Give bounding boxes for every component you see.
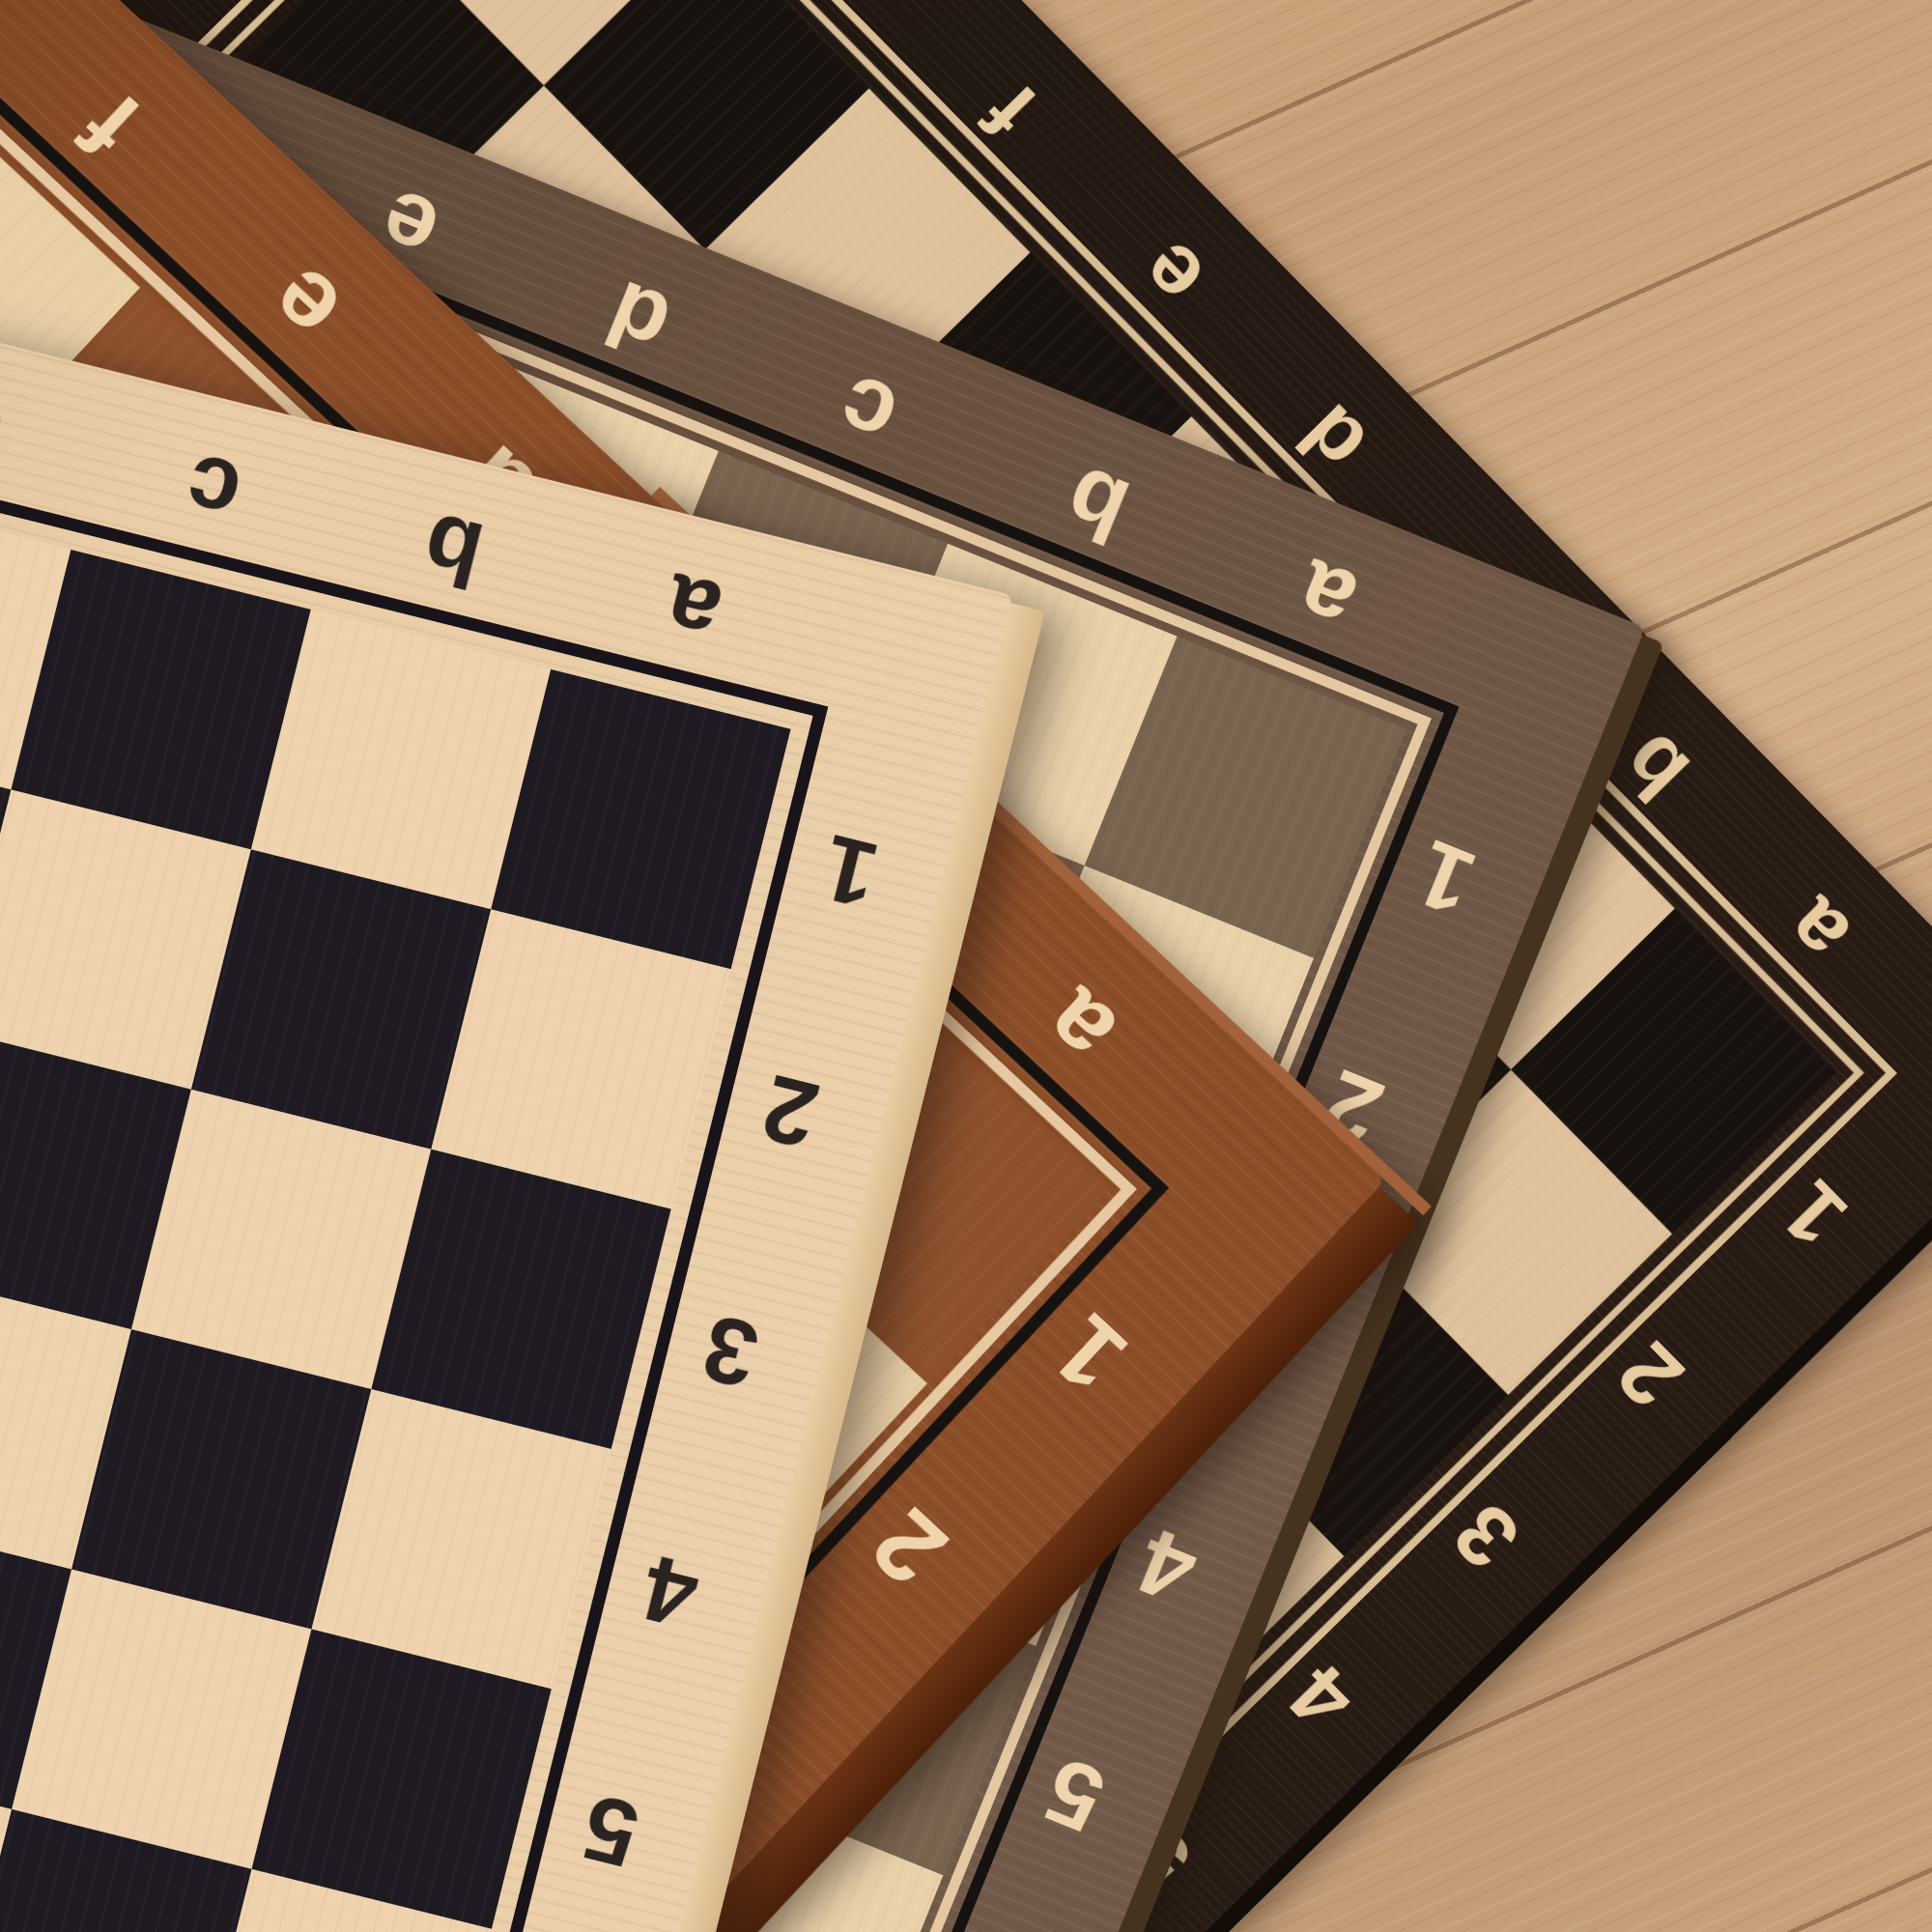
file-label: a [559, 526, 826, 694]
rank-label: 3 [646, 1218, 814, 1485]
rank-label: 1 [766, 738, 934, 1005]
file-label: c [79, 407, 346, 575]
rank-label: 5 [526, 1697, 695, 1932]
rank-label: 4 [586, 1458, 754, 1724]
file-label: b [320, 466, 586, 634]
rank-label: 2 [706, 978, 874, 1244]
